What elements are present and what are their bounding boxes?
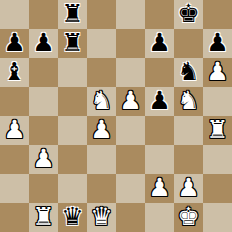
square-d8[interactable] [87,0,116,29]
square-f6[interactable] [145,58,174,87]
square-c2[interactable] [58,174,87,203]
square-f7[interactable]: ♟ [145,29,174,58]
square-g6[interactable]: ♞ [174,58,203,87]
square-e7[interactable] [116,29,145,58]
chess-board: ♜♚♟♟♜♟♟♝♞♟♞♟♟♞♟♟♜♟♟♟♜♛♛♚ [0,0,232,232]
square-h2[interactable] [203,174,232,203]
piece-white-knight[interactable]: ♞ [90,87,112,115]
piece-black-queen[interactable]: ♛ [61,203,83,231]
square-f8[interactable] [145,0,174,29]
piece-black-knight[interactable]: ♞ [177,58,199,86]
square-e4[interactable] [116,116,145,145]
piece-white-knight[interactable]: ♞ [177,87,199,115]
square-d2[interactable] [87,174,116,203]
square-g4[interactable] [174,116,203,145]
square-h8[interactable] [203,0,232,29]
square-c8[interactable]: ♜ [58,0,87,29]
piece-white-pawn[interactable]: ♟ [206,58,228,86]
square-a4[interactable]: ♟ [0,116,29,145]
square-f1[interactable] [145,203,174,232]
square-f2[interactable]: ♟ [145,174,174,203]
piece-white-pawn[interactable]: ♟ [148,174,170,202]
square-a1[interactable] [0,203,29,232]
square-b6[interactable] [29,58,58,87]
square-h4[interactable]: ♜ [203,116,232,145]
piece-black-pawn[interactable]: ♟ [206,29,228,57]
square-c6[interactable] [58,58,87,87]
square-b8[interactable] [29,0,58,29]
square-e5[interactable]: ♟ [116,87,145,116]
chess-board-window: ♜♚♟♟♜♟♟♝♞♟♞♟♟♞♟♟♜♟♟♟♜♛♛♚ [0,0,232,232]
square-a5[interactable] [0,87,29,116]
square-h6[interactable]: ♟ [203,58,232,87]
square-a3[interactable] [0,145,29,174]
piece-white-king[interactable]: ♚ [177,203,199,231]
piece-white-pawn[interactable]: ♟ [90,116,112,144]
square-d6[interactable] [87,58,116,87]
piece-black-rook[interactable]: ♜ [61,0,83,28]
square-d4[interactable]: ♟ [87,116,116,145]
square-e2[interactable] [116,174,145,203]
square-g7[interactable] [174,29,203,58]
square-a6[interactable]: ♝ [0,58,29,87]
square-a8[interactable] [0,0,29,29]
square-b1[interactable]: ♜ [29,203,58,232]
square-c3[interactable] [58,145,87,174]
square-a2[interactable] [0,174,29,203]
square-e1[interactable] [116,203,145,232]
square-c1[interactable]: ♛ [58,203,87,232]
square-g8[interactable]: ♚ [174,0,203,29]
piece-white-pawn[interactable]: ♟ [32,145,54,173]
piece-black-pawn[interactable]: ♟ [148,29,170,57]
square-c7[interactable]: ♜ [58,29,87,58]
piece-black-pawn[interactable]: ♟ [148,87,170,115]
square-c4[interactable] [58,116,87,145]
square-c5[interactable] [58,87,87,116]
piece-white-pawn[interactable]: ♟ [177,174,199,202]
square-e3[interactable] [116,145,145,174]
square-f5[interactable]: ♟ [145,87,174,116]
square-b5[interactable] [29,87,58,116]
square-d5[interactable]: ♞ [87,87,116,116]
square-f4[interactable] [145,116,174,145]
square-d3[interactable] [87,145,116,174]
piece-black-king[interactable]: ♚ [177,0,199,28]
piece-black-pawn[interactable]: ♟ [32,29,54,57]
piece-black-rook[interactable]: ♜ [61,29,83,57]
square-d1[interactable]: ♛ [87,203,116,232]
piece-black-bishop[interactable]: ♝ [3,58,25,86]
piece-white-pawn[interactable]: ♟ [119,87,141,115]
square-e8[interactable] [116,0,145,29]
square-g3[interactable] [174,145,203,174]
square-a7[interactable]: ♟ [0,29,29,58]
square-e6[interactable] [116,58,145,87]
square-h3[interactable] [203,145,232,174]
piece-black-pawn[interactable]: ♟ [3,29,25,57]
square-h5[interactable] [203,87,232,116]
square-b4[interactable] [29,116,58,145]
square-b7[interactable]: ♟ [29,29,58,58]
square-d7[interactable] [87,29,116,58]
square-b3[interactable]: ♟ [29,145,58,174]
square-h1[interactable] [203,203,232,232]
square-f3[interactable] [145,145,174,174]
square-g5[interactable]: ♞ [174,87,203,116]
piece-white-rook[interactable]: ♜ [32,203,54,231]
piece-white-queen[interactable]: ♛ [90,203,112,231]
piece-white-pawn[interactable]: ♟ [3,116,25,144]
square-h7[interactable]: ♟ [203,29,232,58]
piece-white-rook[interactable]: ♜ [206,116,228,144]
square-g2[interactable]: ♟ [174,174,203,203]
square-g1[interactable]: ♚ [174,203,203,232]
square-b2[interactable] [29,174,58,203]
